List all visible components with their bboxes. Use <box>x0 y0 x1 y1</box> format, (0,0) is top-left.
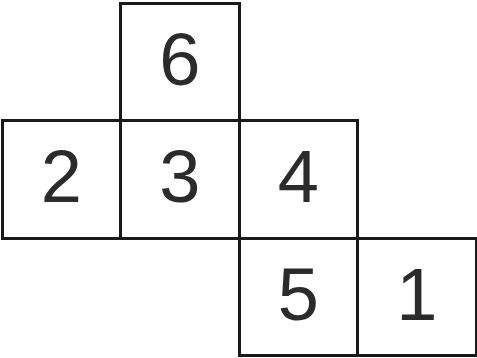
empty-cell-r2c0 <box>2 238 121 356</box>
face-label-3: 3 <box>159 140 200 214</box>
face-cell-3: 3 <box>119 119 241 240</box>
empty-cell-r0c2 <box>239 3 358 121</box>
face-label-6: 6 <box>159 23 200 97</box>
empty-cell-r1c3 <box>358 121 477 239</box>
face-label-4: 4 <box>278 140 319 214</box>
empty-cell-r0c3 <box>358 3 477 121</box>
face-label-5: 5 <box>278 258 319 332</box>
face-label-1: 1 <box>396 258 437 332</box>
face-cell-1: 1 <box>356 237 477 358</box>
empty-cell-r0c0 <box>2 3 121 121</box>
face-cell-4: 4 <box>238 119 360 240</box>
cube-net-diagram: 6 2 3 4 5 1 <box>0 0 477 358</box>
empty-cell-r2c1 <box>121 238 240 356</box>
face-label-2: 2 <box>41 140 82 214</box>
face-cell-2: 2 <box>1 119 123 240</box>
face-cell-6: 6 <box>119 2 241 123</box>
face-cell-5: 5 <box>238 237 360 358</box>
cube-net-board: 6 2 3 4 5 1 <box>2 3 476 356</box>
